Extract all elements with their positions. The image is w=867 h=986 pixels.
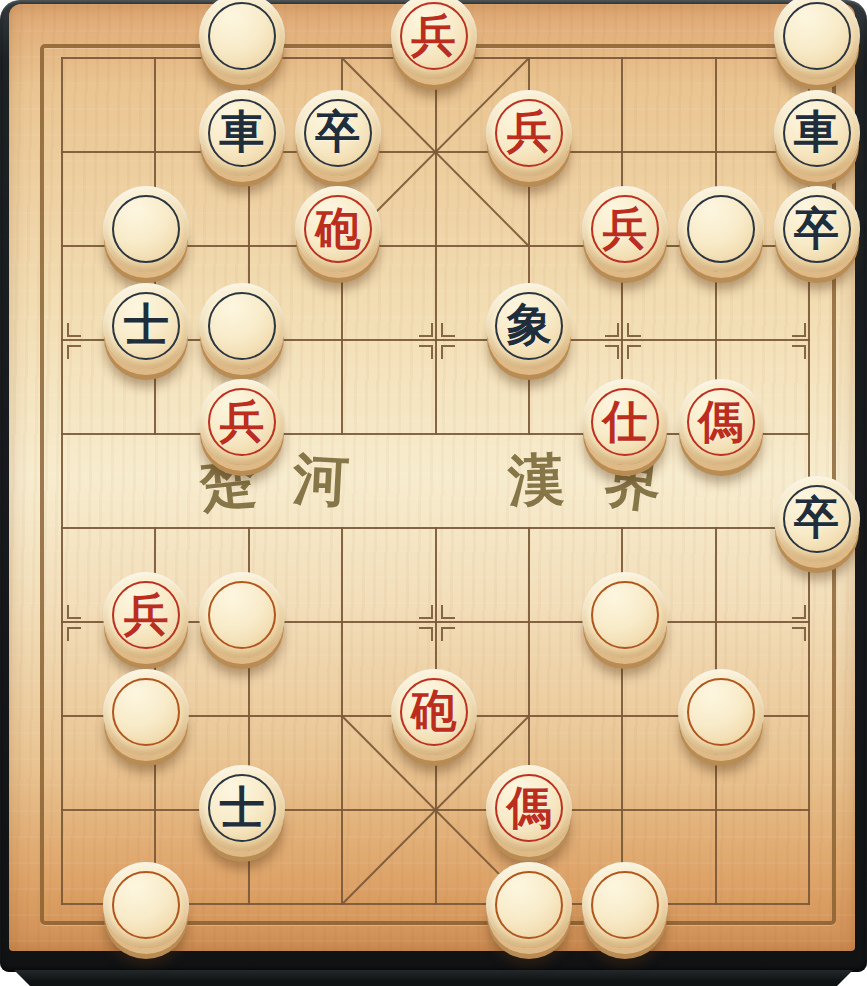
piece-ring xyxy=(687,388,755,456)
piece-hidden-black[interactable] xyxy=(199,283,285,369)
star-point-marker xyxy=(67,323,81,337)
star-point-marker xyxy=(419,323,433,337)
piece-red-cannon[interactable]: 砲 xyxy=(295,186,381,272)
star-point-marker xyxy=(792,605,806,619)
star-point-marker xyxy=(792,345,806,359)
piece-black-chariot[interactable]: 車 xyxy=(199,90,285,176)
piece-black-advisor[interactable]: 士 xyxy=(103,283,189,369)
star-point-marker xyxy=(441,605,455,619)
piece-red-soldier[interactable]: 兵 xyxy=(391,0,477,79)
star-point-marker xyxy=(67,605,81,619)
piece-ring xyxy=(112,292,180,360)
piece-hidden-red[interactable] xyxy=(103,669,189,755)
star-point-marker xyxy=(792,627,806,641)
piece-ring xyxy=(400,2,468,70)
piece-ring xyxy=(783,2,851,70)
piece-hidden-red[interactable] xyxy=(199,572,285,658)
piece-ring xyxy=(112,195,180,263)
star-point-marker xyxy=(419,627,433,641)
piece-red-soldier[interactable]: 兵 xyxy=(582,186,668,272)
piece-ring xyxy=(400,678,468,746)
piece-ring xyxy=(495,774,563,842)
star-point-marker xyxy=(441,627,455,641)
piece-black-soldier[interactable]: 卒 xyxy=(295,90,381,176)
star-point-marker xyxy=(419,605,433,619)
piece-hidden-red[interactable] xyxy=(582,862,668,948)
star-point-marker xyxy=(792,323,806,337)
piece-ring xyxy=(112,581,180,649)
board-grid[interactable] xyxy=(62,58,809,904)
piece-ring xyxy=(591,871,659,939)
piece-hidden-red[interactable] xyxy=(103,862,189,948)
piece-red-soldier[interactable]: 兵 xyxy=(103,572,189,658)
star-point-marker xyxy=(441,323,455,337)
piece-red-horse[interactable]: 傌 xyxy=(486,765,572,851)
piece-ring xyxy=(591,388,659,456)
piece-hidden-red[interactable] xyxy=(582,572,668,658)
piece-ring xyxy=(208,581,276,649)
piece-hidden-red[interactable] xyxy=(486,862,572,948)
piece-ring xyxy=(495,99,563,167)
star-point-marker xyxy=(67,345,81,359)
piece-ring xyxy=(591,581,659,649)
piece-black-advisor[interactable]: 士 xyxy=(199,765,285,851)
piece-ring xyxy=(591,195,659,263)
piece-ring xyxy=(208,99,276,167)
star-point-marker xyxy=(627,323,641,337)
piece-ring xyxy=(304,195,372,263)
star-point-marker xyxy=(419,345,433,359)
grid-line xyxy=(435,57,437,435)
piece-black-soldier[interactable]: 卒 xyxy=(774,476,860,562)
star-point-marker xyxy=(67,627,81,641)
piece-black-soldier[interactable]: 卒 xyxy=(774,186,860,272)
piece-ring xyxy=(208,292,276,360)
piece-ring xyxy=(783,195,851,263)
piece-ring xyxy=(783,99,851,167)
piece-ring xyxy=(495,871,563,939)
piece-black-chariot[interactable]: 車 xyxy=(774,90,860,176)
piece-ring xyxy=(208,388,276,456)
piece-hidden-red[interactable] xyxy=(678,669,764,755)
piece-ring xyxy=(687,195,755,263)
piece-ring xyxy=(495,292,563,360)
piece-ring xyxy=(112,871,180,939)
piece-ring xyxy=(112,678,180,746)
piece-hidden-black[interactable] xyxy=(103,186,189,272)
star-point-marker xyxy=(627,345,641,359)
piece-ring xyxy=(208,2,276,70)
piece-red-advisor[interactable]: 仕 xyxy=(582,379,668,465)
piece-red-cannon[interactable]: 砲 xyxy=(391,669,477,755)
piece-ring xyxy=(208,774,276,842)
star-point-marker xyxy=(605,323,619,337)
piece-red-soldier[interactable]: 兵 xyxy=(199,379,285,465)
piece-red-soldier[interactable]: 兵 xyxy=(486,90,572,176)
piece-hidden-black[interactable] xyxy=(678,186,764,272)
xiangqi-board-screenshot: 楚 河 漢 界 兵車卒兵車砲兵卒士象兵仕傌卒兵砲士傌 xyxy=(0,0,867,986)
piece-ring xyxy=(783,485,851,553)
piece-ring xyxy=(304,99,372,167)
board-stand-foot xyxy=(14,970,853,986)
piece-red-horse[interactable]: 傌 xyxy=(678,379,764,465)
star-point-marker xyxy=(605,345,619,359)
piece-ring xyxy=(687,678,755,746)
piece-black-elephant[interactable]: 象 xyxy=(486,283,572,369)
grid-line xyxy=(61,57,63,905)
star-point-marker xyxy=(441,345,455,359)
